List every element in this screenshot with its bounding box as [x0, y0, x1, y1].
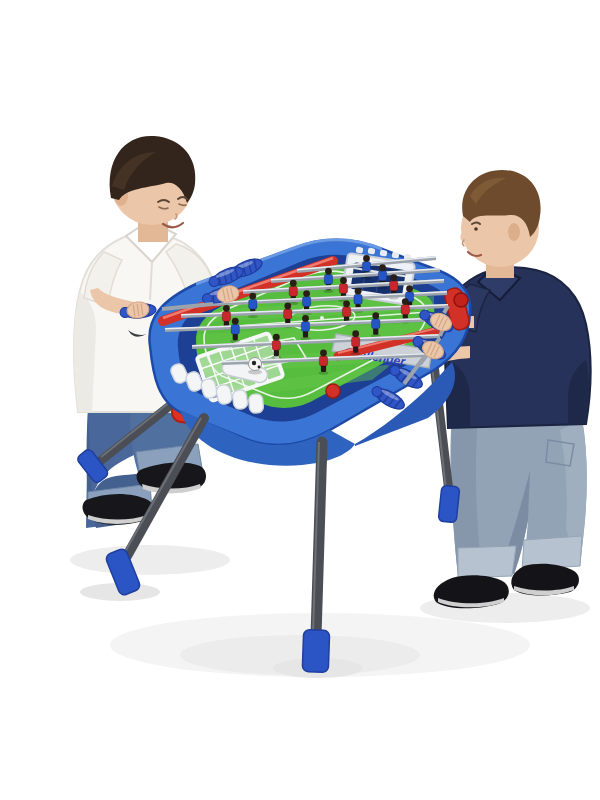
- bumper-segment: [248, 393, 264, 413]
- right-cuff-front-leg: [458, 546, 516, 578]
- foosball-scene: Challenger: [0, 0, 600, 800]
- ball: [248, 358, 262, 375]
- right-child-head: [460, 170, 540, 278]
- right-child: [434, 170, 591, 608]
- fixing-knob-red: [326, 384, 340, 398]
- left-child-head: [110, 136, 196, 242]
- product-photo: Challenger: [0, 0, 600, 800]
- score-knob-right: [454, 293, 468, 307]
- bumper-segment: [232, 389, 249, 410]
- table-foot-front-center: [302, 630, 329, 673]
- table-foot-back-right: [438, 485, 460, 523]
